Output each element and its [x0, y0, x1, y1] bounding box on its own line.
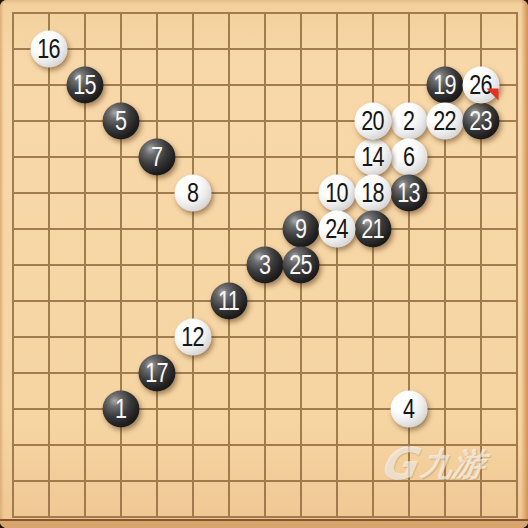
stone-21: 21: [354, 211, 391, 248]
stone-number: 25: [289, 252, 311, 279]
stone-number: 19: [433, 72, 455, 99]
stone-19: 19: [426, 67, 463, 104]
stone-number: 18: [361, 180, 383, 207]
stone-number: 11: [218, 288, 239, 315]
stone-number: 17: [145, 360, 167, 387]
stone-10: 10: [318, 175, 355, 212]
stone-number: 12: [181, 324, 203, 351]
stone-25: 25: [282, 247, 319, 284]
stone-1: 1: [102, 391, 139, 428]
stone-6: 6: [390, 139, 427, 176]
stone-number: 20: [361, 108, 383, 135]
stone-number: 14: [361, 144, 383, 171]
stone-23: 23: [462, 103, 499, 140]
stone-4: 4: [390, 391, 427, 428]
stone-number: 22: [433, 108, 455, 135]
stone-18: 18: [354, 175, 391, 212]
stone-17: 17: [138, 355, 175, 392]
stones-layer: 1234567891011121314151617181920212223242…: [0, 0, 528, 528]
stone-number: 3: [259, 252, 270, 279]
stone-number: 9: [295, 216, 306, 243]
stone-24: 24: [318, 211, 355, 248]
stone-11: 11: [210, 283, 247, 320]
stone-15: 15: [66, 67, 103, 104]
stone-number: 21: [361, 216, 383, 243]
gomoku-board: 1234567891011121314151617181920212223242…: [0, 0, 528, 528]
stone-number: 7: [151, 144, 162, 171]
stone-number: 15: [73, 72, 95, 99]
stone-5: 5: [102, 103, 139, 140]
stone-3: 3: [246, 247, 283, 284]
stone-number: 24: [325, 216, 347, 243]
stone-number: 5: [115, 108, 126, 135]
stone-number: 23: [469, 108, 491, 135]
stone-16: 16: [30, 31, 67, 68]
stone-number: 4: [403, 396, 414, 423]
stone-number: 16: [37, 36, 59, 63]
stone-number: 6: [403, 144, 414, 171]
stone-14: 14: [354, 139, 391, 176]
last-move-marker-icon: [486, 89, 498, 101]
stone-2: 2: [390, 103, 427, 140]
stone-20: 20: [354, 103, 391, 140]
stone-9: 9: [282, 211, 319, 248]
stone-13: 13: [390, 175, 427, 212]
stone-number: 13: [397, 180, 419, 207]
stone-number: 2: [403, 108, 414, 135]
stone-26: 26: [462, 67, 499, 104]
stone-22: 22: [426, 103, 463, 140]
stone-number: 1: [115, 396, 126, 423]
stone-number: 8: [187, 180, 198, 207]
stone-8: 8: [174, 175, 211, 212]
stone-7: 7: [138, 139, 175, 176]
stone-number: 10: [325, 180, 347, 207]
stone-12: 12: [174, 319, 211, 356]
